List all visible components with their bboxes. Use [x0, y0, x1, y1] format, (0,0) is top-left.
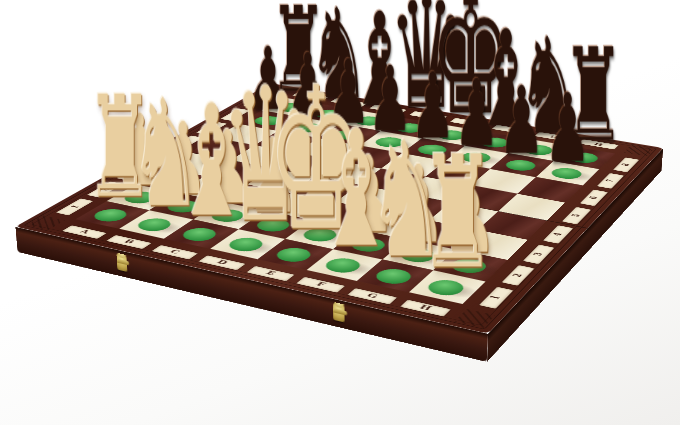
chessboard-scene: ABCDEFGH ABCDEFGH 87654321 87654321 ♜♞♝♛… — [119, 0, 599, 425]
white-rook-a1[interactable]: ♜ — [85, 78, 127, 218]
rank-label: 8 — [620, 163, 632, 167]
file-plaque-f: F — [296, 277, 345, 293]
corner-stitch — [624, 145, 655, 157]
file-label: C — [168, 249, 182, 255]
file-plaque-c: C — [152, 245, 198, 259]
file-plaque-h: H — [400, 300, 451, 317]
file-label: H — [418, 304, 434, 311]
file-plaque-b: B — [106, 235, 151, 249]
rank-plaque-5: 5 — [561, 207, 590, 224]
rank-label: 7 — [604, 179, 616, 183]
rank-label: 6 — [587, 195, 599, 199]
white-knight-b1[interactable]: ♞ — [129, 80, 172, 229]
rank-label: 5 — [570, 213, 583, 218]
file-label: G — [365, 293, 380, 300]
corner-stitch — [454, 309, 495, 328]
rank-plaque-3: 3 — [522, 245, 554, 264]
white-queen-d1[interactable]: ♛ — [220, 64, 264, 249]
rank-label: 2 — [511, 272, 525, 277]
file-label: D — [215, 259, 230, 265]
chess-board: ABCDEFGH ABCDEFGH 87654321 87654321 ♜♞♝♛… — [15, 83, 663, 334]
rank-label: 3 — [532, 252, 545, 257]
rank-label: 1 — [489, 295, 503, 301]
black-pawn-g7[interactable]: ♟ — [499, 75, 538, 168]
file-label: E — [264, 270, 278, 276]
file-plaque-a: A — [62, 225, 107, 239]
white-rook-h1[interactable]: ♜ — [419, 136, 466, 292]
file-label: F — [314, 281, 327, 287]
brass-clasp-left — [116, 253, 127, 272]
corner-stitch — [26, 215, 65, 230]
rank-plaque-2: 2 — [501, 265, 534, 286]
white-king-e1[interactable]: ♚ — [267, 62, 312, 259]
square-h7[interactable]: ♟ — [536, 161, 599, 185]
file-plaque-g: G — [348, 288, 398, 304]
white-knight-g1[interactable]: ♞ — [367, 121, 413, 281]
file-plaque-d: D — [199, 255, 246, 270]
file-label: H — [593, 142, 605, 146]
product-photo-background: ABCDEFGH ABCDEFGH 87654321 87654321 ♜♞♝♛… — [0, 0, 680, 425]
file-label: G — [549, 135, 560, 139]
rank-plaque-6: 6 — [579, 189, 607, 206]
file-label: F — [506, 128, 516, 132]
black-pawn-h7[interactable]: ♟ — [544, 82, 583, 176]
file-label: A — [78, 229, 92, 234]
rank-plaque-4: 4 — [542, 225, 572, 243]
file-plaque-e: E — [247, 266, 295, 281]
rank-plaque-7: 7 — [596, 173, 623, 189]
rank-label: 4 — [551, 232, 564, 237]
file-label: B — [122, 239, 136, 245]
white-bishop-f1[interactable]: ♝ — [316, 109, 361, 270]
rank-label: 1 — [68, 204, 81, 208]
brass-clasp-right — [333, 302, 345, 323]
white-bishop-c1[interactable]: ♝ — [174, 84, 217, 238]
